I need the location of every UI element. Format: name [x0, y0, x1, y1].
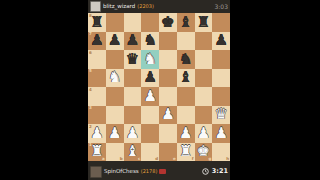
coord-label-rank: 6	[89, 51, 92, 55]
square-a3[interactable]: 3	[88, 106, 106, 125]
piece-wP-f2[interactable]: ♟	[179, 125, 192, 140]
square-d7[interactable]: ♞	[141, 32, 159, 51]
square-h4[interactable]	[212, 87, 230, 106]
square-e5[interactable]	[159, 69, 177, 88]
piece-bQ-c6[interactable]: ♛	[126, 51, 139, 66]
square-h6[interactable]	[212, 50, 230, 69]
square-f3[interactable]	[177, 106, 195, 125]
piece-wN-d6[interactable]: ♞	[143, 51, 156, 66]
bottom-player-rating: (2178)	[141, 169, 158, 174]
coord-label-rank: 5	[89, 69, 92, 73]
coord-label-file: d	[155, 157, 158, 161]
piece-bB-f8[interactable]: ♝	[179, 14, 192, 29]
coord-label-rank: 3	[89, 106, 92, 110]
square-e2[interactable]	[159, 124, 177, 143]
piece-bN-f6[interactable]: ♞	[179, 51, 192, 66]
flag-badge	[159, 169, 166, 174]
piece-bR-g8[interactable]: ♜	[197, 14, 210, 29]
piece-wK-g1[interactable]: ♚	[197, 144, 210, 159]
square-a1[interactable]: 1a♜	[88, 143, 106, 162]
square-a2[interactable]: 2♟	[88, 124, 106, 143]
top-player-rating: (2203)	[137, 4, 154, 9]
square-e7[interactable]	[159, 32, 177, 51]
square-d1[interactable]: d	[141, 143, 159, 162]
square-e4[interactable]	[159, 87, 177, 106]
square-f5[interactable]: ♝	[177, 69, 195, 88]
square-f6[interactable]: ♞	[177, 50, 195, 69]
square-d8[interactable]	[141, 13, 159, 32]
piece-bR-a8[interactable]: ♜	[90, 14, 103, 29]
piece-wP-d4[interactable]: ♟	[143, 88, 156, 103]
square-b3[interactable]	[106, 106, 124, 125]
square-c1[interactable]: c♝	[124, 143, 142, 162]
square-a4[interactable]: 4	[88, 87, 106, 106]
square-f1[interactable]: f♜	[177, 143, 195, 162]
piece-bB-f5[interactable]: ♝	[179, 70, 192, 85]
piece-wP-c2[interactable]: ♟	[126, 125, 139, 140]
square-d6[interactable]: ♞	[141, 50, 159, 69]
bottom-player-avatar[interactable]	[90, 166, 102, 178]
square-f8[interactable]: ♝	[177, 13, 195, 32]
top-player-clock: 3:03	[215, 4, 228, 10]
square-g4[interactable]	[195, 87, 213, 106]
square-f4[interactable]	[177, 87, 195, 106]
piece-wR-f1[interactable]: ♜	[179, 144, 192, 159]
piece-wP-e3[interactable]: ♟	[161, 107, 174, 122]
square-f2[interactable]: ♟	[177, 124, 195, 143]
bottom-player-clock: 3:21	[212, 168, 228, 175]
piece-bN-d7[interactable]: ♞	[143, 33, 156, 48]
piece-wQ-h3[interactable]: ♛	[214, 107, 227, 122]
piece-bP-c7[interactable]: ♟	[126, 33, 139, 48]
square-e8[interactable]: ♚	[159, 13, 177, 32]
square-e1[interactable]: e	[159, 143, 177, 162]
top-player-avatar[interactable]	[90, 1, 101, 12]
bottom-player-name: SpinOfChess	[104, 169, 139, 175]
square-a7[interactable]: 7♟	[88, 32, 106, 51]
square-h8[interactable]	[212, 13, 230, 32]
piece-wP-b2[interactable]: ♟	[108, 125, 121, 140]
square-g5[interactable]	[195, 69, 213, 88]
square-g8[interactable]: ♜	[195, 13, 213, 32]
square-a6[interactable]: 6	[88, 50, 106, 69]
square-d3[interactable]	[141, 106, 159, 125]
coord-label-file: h	[226, 157, 229, 161]
piece-wR-a1[interactable]: ♜	[90, 144, 103, 159]
coord-label-file: e	[173, 157, 176, 161]
coord-label-file: b	[120, 157, 123, 161]
square-b1[interactable]: b	[106, 143, 124, 162]
square-h2[interactable]: ♟	[212, 124, 230, 143]
piece-bK-e8[interactable]: ♚	[161, 14, 174, 29]
square-g2[interactable]: ♟	[195, 124, 213, 143]
square-h1[interactable]: h	[212, 143, 230, 162]
square-c3[interactable]	[124, 106, 142, 125]
square-h3[interactable]: ♛	[212, 106, 230, 125]
square-g1[interactable]: g♚	[195, 143, 213, 162]
square-c7[interactable]: ♟	[124, 32, 142, 51]
square-b2[interactable]: ♟	[106, 124, 124, 143]
piece-wB-c1[interactable]: ♝	[126, 144, 139, 159]
coord-label-rank: 4	[89, 88, 92, 92]
piece-wN-b5[interactable]: ♞	[108, 70, 121, 85]
square-h5[interactable]	[212, 69, 230, 88]
clock-icon	[202, 168, 209, 175]
square-c5[interactable]	[124, 69, 142, 88]
top-player-name: blitz_wizard	[103, 4, 135, 10]
piece-bP-a7[interactable]: ♟	[90, 33, 103, 48]
chess-board[interactable]: 8♜♚♝♜7♟♟♟♞♟6♛♞♞5♞♟♝4♟3♟♛2♟♟♟♟♟♟1a♜bc♝def…	[88, 13, 230, 161]
piece-wP-g2[interactable]: ♟	[197, 125, 210, 140]
square-d4[interactable]: ♟	[141, 87, 159, 106]
piece-wP-a2[interactable]: ♟	[90, 125, 103, 140]
square-b6[interactable]	[106, 50, 124, 69]
piece-bP-b7[interactable]: ♟	[108, 33, 121, 48]
square-b8[interactable]	[106, 13, 124, 32]
square-c4[interactable]	[124, 87, 142, 106]
square-g3[interactable]	[195, 106, 213, 125]
square-g6[interactable]	[195, 50, 213, 69]
piece-wP-h2[interactable]: ♟	[214, 125, 227, 140]
square-b4[interactable]	[106, 87, 124, 106]
piece-bP-d5[interactable]: ♟	[143, 70, 156, 85]
square-c2[interactable]: ♟	[124, 124, 142, 143]
square-b7[interactable]: ♟	[106, 32, 124, 51]
bottom-player-bar: SpinOfChess (2178) 3:21	[88, 161, 230, 180]
square-h7[interactable]: ♟	[212, 32, 230, 51]
square-c8[interactable]	[124, 13, 142, 32]
square-g7[interactable]	[195, 32, 213, 51]
square-d2[interactable]	[141, 124, 159, 143]
square-e6[interactable]	[159, 50, 177, 69]
square-a8[interactable]: 8♜	[88, 13, 106, 32]
square-a5[interactable]: 5	[88, 69, 106, 88]
game-video-area: blitz_wizard (2203) 3:03 8♜♚♝♜7♟♟♟♞♟6♛♞♞…	[88, 0, 230, 180]
piece-bP-h7[interactable]: ♟	[214, 33, 227, 48]
square-f7[interactable]	[177, 32, 195, 51]
square-c6[interactable]: ♛	[124, 50, 142, 69]
square-d5[interactable]: ♟	[141, 69, 159, 88]
square-e3[interactable]: ♟	[159, 106, 177, 125]
top-player-bar: blitz_wizard (2203) 3:03	[88, 0, 230, 13]
square-b5[interactable]: ♞	[106, 69, 124, 88]
